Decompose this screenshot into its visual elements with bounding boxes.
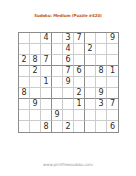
cell-r3c5[interactable]: 6 bbox=[63, 55, 74, 66]
cell-r2c9[interactable] bbox=[107, 44, 118, 55]
cell-r2c3[interactable] bbox=[41, 44, 52, 55]
cell-r1c7[interactable] bbox=[85, 33, 96, 44]
sudoku-board: 4379422876276811982991379826 bbox=[18, 32, 119, 133]
cell-r9c8[interactable] bbox=[96, 121, 107, 132]
cell-r4c4[interactable] bbox=[52, 66, 63, 77]
cell-r5c1[interactable] bbox=[19, 77, 30, 88]
cell-r7c8[interactable]: 3 bbox=[96, 99, 107, 110]
cell-r6c9[interactable] bbox=[107, 88, 118, 99]
cell-r8c4[interactable]: 9 bbox=[52, 110, 63, 121]
cell-r5c2[interactable] bbox=[30, 77, 41, 88]
cell-r6c2[interactable] bbox=[30, 88, 41, 99]
cell-r2c7[interactable]: 2 bbox=[85, 44, 96, 55]
cell-r7c7[interactable] bbox=[85, 99, 96, 110]
cell-r2c1[interactable] bbox=[19, 44, 30, 55]
cell-r1c9[interactable]: 9 bbox=[107, 33, 118, 44]
cell-r5c5[interactable]: 9 bbox=[63, 77, 74, 88]
cell-r1c1[interactable] bbox=[19, 33, 30, 44]
cell-r9c3[interactable]: 8 bbox=[41, 121, 52, 132]
cell-r6c5[interactable] bbox=[63, 88, 74, 99]
sudoku-sheet: Sudoku: Medium (Puzzle #420) 43794228762… bbox=[0, 0, 136, 176]
cell-r1c3[interactable]: 4 bbox=[41, 33, 52, 44]
cell-r7c9[interactable]: 7 bbox=[107, 99, 118, 110]
cell-r4c5[interactable]: 7 bbox=[63, 66, 74, 77]
cell-r5c3[interactable]: 1 bbox=[41, 77, 52, 88]
cell-r4c7[interactable] bbox=[85, 66, 96, 77]
cell-r1c8[interactable] bbox=[96, 33, 107, 44]
cell-r3c9[interactable] bbox=[107, 55, 118, 66]
cell-r5c9[interactable] bbox=[107, 77, 118, 88]
cell-r4c2[interactable]: 2 bbox=[30, 66, 41, 77]
cell-r6c4[interactable] bbox=[52, 88, 63, 99]
cell-r6c3[interactable] bbox=[41, 88, 52, 99]
cell-r3c3[interactable]: 7 bbox=[41, 55, 52, 66]
cell-r8c9[interactable] bbox=[107, 110, 118, 121]
cell-r1c4[interactable] bbox=[52, 33, 63, 44]
cell-r9c9[interactable]: 6 bbox=[107, 121, 118, 132]
cell-r3c8[interactable] bbox=[96, 55, 107, 66]
cell-r3c2[interactable]: 8 bbox=[30, 55, 41, 66]
cell-r6c8[interactable]: 9 bbox=[96, 88, 107, 99]
cell-r4c8[interactable]: 8 bbox=[96, 66, 107, 77]
cell-r4c6[interactable]: 6 bbox=[74, 66, 85, 77]
cell-r5c7[interactable] bbox=[85, 77, 96, 88]
cell-r6c7[interactable] bbox=[85, 88, 96, 99]
cell-r2c4[interactable] bbox=[52, 44, 63, 55]
cell-r3c6[interactable] bbox=[74, 55, 85, 66]
cell-r4c9[interactable]: 1 bbox=[107, 66, 118, 77]
cell-r7c1[interactable] bbox=[19, 99, 30, 110]
cell-r5c6[interactable] bbox=[74, 77, 85, 88]
cell-r9c7[interactable] bbox=[85, 121, 96, 132]
cell-r9c1[interactable] bbox=[19, 121, 30, 132]
cell-r3c1[interactable]: 2 bbox=[19, 55, 30, 66]
cell-r8c6[interactable] bbox=[74, 110, 85, 121]
footer-url: www.printfreesudoku.com bbox=[0, 162, 136, 167]
cell-r9c5[interactable]: 2 bbox=[63, 121, 74, 132]
cell-r7c4[interactable] bbox=[52, 99, 63, 110]
cell-r9c2[interactable] bbox=[30, 121, 41, 132]
cell-r9c4[interactable] bbox=[52, 121, 63, 132]
cell-r3c4[interactable] bbox=[52, 55, 63, 66]
cell-r1c2[interactable] bbox=[30, 33, 41, 44]
cell-r5c4[interactable] bbox=[52, 77, 63, 88]
cell-r7c6[interactable]: 1 bbox=[74, 99, 85, 110]
cell-r2c6[interactable] bbox=[74, 44, 85, 55]
cell-r7c3[interactable] bbox=[41, 99, 52, 110]
cell-r6c6[interactable]: 2 bbox=[74, 88, 85, 99]
cell-r8c3[interactable] bbox=[41, 110, 52, 121]
cell-r8c7[interactable] bbox=[85, 110, 96, 121]
cell-r6c1[interactable]: 8 bbox=[19, 88, 30, 99]
cell-r5c8[interactable] bbox=[96, 77, 107, 88]
puzzle-title: Sudoku: Medium (Puzzle #420) bbox=[0, 13, 136, 18]
cell-r2c2[interactable] bbox=[30, 44, 41, 55]
cell-r1c5[interactable]: 3 bbox=[63, 33, 74, 44]
cell-r1c6[interactable]: 7 bbox=[74, 33, 85, 44]
cell-r8c2[interactable] bbox=[30, 110, 41, 121]
cell-r8c1[interactable] bbox=[19, 110, 30, 121]
cell-r4c1[interactable] bbox=[19, 66, 30, 77]
cell-r7c5[interactable] bbox=[63, 99, 74, 110]
cell-r7c2[interactable]: 9 bbox=[30, 99, 41, 110]
cell-r8c5[interactable] bbox=[63, 110, 74, 121]
cell-r2c5[interactable]: 4 bbox=[63, 44, 74, 55]
cell-r8c8[interactable] bbox=[96, 110, 107, 121]
cell-r2c8[interactable] bbox=[96, 44, 107, 55]
cell-r3c7[interactable] bbox=[85, 55, 96, 66]
cell-r9c6[interactable] bbox=[74, 121, 85, 132]
cell-r4c3[interactable] bbox=[41, 66, 52, 77]
